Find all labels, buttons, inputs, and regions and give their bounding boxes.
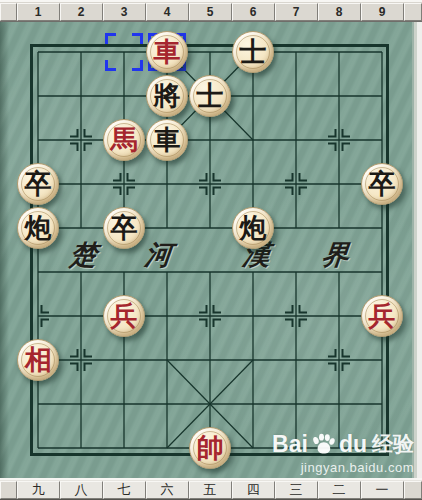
marker-corner [132,60,143,71]
coordbar-cap [404,3,422,21]
file-label-top-5: 5 [189,3,232,21]
baidu-logo-text: Bai [272,431,308,458]
file-label-bottom-1: 九 [17,481,60,499]
watermark-url: jingyan.baidu.com [272,460,414,475]
baidu-watermark: Bai du 经验 jingyan.baidu.com [272,430,414,475]
piece-black-cannon[interactable]: 炮 [17,207,59,249]
piece-red-soldier[interactable]: 兵 [361,295,403,337]
baidu-logo: Bai du 经验 [272,430,414,458]
file-label-bottom-9: 一 [361,481,404,499]
river-char: 河 [143,237,174,273]
xiangqi-app-window: 123456789 楚 河 漢 界 車士將士馬車卒卒炮卒炮兵兵相帥 Bai [0,0,422,500]
file-label-bottom-4: 六 [146,481,189,499]
piece-glyph: 帥 [197,434,224,461]
piece-glyph: 炮 [240,214,267,241]
piece-red-elephant[interactable]: 相 [17,339,59,381]
piece-glyph: 相 [25,346,52,373]
piece-red-general[interactable]: 帥 [189,427,231,469]
piece-black-soldier[interactable]: 卒 [103,207,145,249]
file-label-top-3: 3 [103,3,146,21]
file-label-top-9: 9 [361,3,404,21]
piece-glyph: 兵 [369,302,396,329]
file-label-bottom-7: 三 [275,481,318,499]
piece-black-soldier[interactable]: 卒 [17,163,59,205]
piece-glyph: 卒 [111,214,138,241]
piece-red-soldier[interactable]: 兵 [103,295,145,337]
piece-glyph: 車 [154,126,181,153]
river-char: 楚 [68,237,99,273]
marker-corner [105,33,116,44]
piece-red-horse[interactable]: 馬 [103,119,145,161]
piece-glyph: 馬 [111,126,138,153]
piece-black-advisor[interactable]: 士 [232,31,274,73]
bottom-coordinate-bar: 九八七六五四三二一 [0,478,422,500]
file-label-bottom-8: 二 [318,481,361,499]
coordbar-cap [0,3,17,21]
file-label-top-4: 4 [146,3,189,21]
file-label-bottom-3: 七 [103,481,146,499]
piece-glyph: 士 [240,38,267,65]
top-coordinate-bar: 123456789 [0,0,422,22]
piece-glyph: 車 [154,38,181,65]
file-label-bottom-2: 八 [60,481,103,499]
coordbar-cap [404,481,422,499]
piece-glyph: 兵 [111,302,138,329]
file-label-bottom-5: 五 [189,481,232,499]
file-label-bottom-6: 四 [232,481,275,499]
marker-corner [105,60,116,71]
piece-glyph: 卒 [25,170,52,197]
xiangqi-board[interactable]: 楚 河 漢 界 車士將士馬車卒卒炮卒炮兵兵相帥 Bai [0,22,422,478]
coordbar-cap [0,481,17,499]
piece-black-soldier[interactable]: 卒 [361,163,403,205]
piece-black-advisor[interactable]: 士 [189,75,231,117]
baidu-paw-icon [311,433,336,456]
piece-black-general[interactable]: 將 [146,75,188,117]
baidu-logo-text: du [339,431,367,458]
piece-black-chariot[interactable]: 車 [146,119,188,161]
file-label-top-7: 7 [275,3,318,21]
piece-black-cannon[interactable]: 炮 [232,207,274,249]
marker-corner [132,33,143,44]
jingyan-badge: 经验 [372,430,414,458]
file-label-top-2: 2 [60,3,103,21]
last-move-marker [105,33,143,71]
piece-glyph: 士 [197,82,224,109]
piece-glyph: 卒 [369,170,396,197]
file-label-top-8: 8 [318,3,361,21]
piece-glyph: 炮 [25,214,52,241]
file-label-top-1: 1 [17,3,60,21]
river-char: 界 [320,237,351,273]
piece-red-chariot[interactable]: 車 [146,31,188,73]
file-label-top-6: 6 [232,3,275,21]
piece-glyph: 將 [154,82,181,109]
